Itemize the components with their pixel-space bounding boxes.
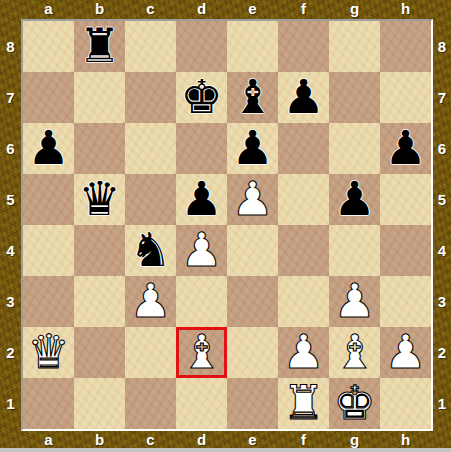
square-d3[interactable] [176,276,227,327]
square-f3[interactable] [278,276,329,327]
rank-label-4: 4 [0,225,21,276]
chess-app-window: abcdefgh abcdefgh 87654321 87654321 ♜♚♝♟… [0,0,451,452]
square-b1[interactable] [74,378,125,429]
file-label-a: a [23,431,74,448]
square-h2[interactable]: ♟ [380,327,431,378]
piece-white-pawn[interactable]: ♟ [129,277,171,324]
square-g7[interactable] [329,72,380,123]
square-a8[interactable] [23,21,74,72]
square-c8[interactable] [125,21,176,72]
square-g4[interactable] [329,225,380,276]
square-e1[interactable] [227,378,278,429]
piece-white-queen[interactable]: ♛ [27,328,69,375]
square-h4[interactable] [380,225,431,276]
square-a3[interactable] [23,276,74,327]
piece-white-rook[interactable]: ♜ [282,379,324,426]
square-b2[interactable] [74,327,125,378]
rank-label-8: 8 [433,21,451,72]
piece-white-pawn[interactable]: ♟ [384,328,426,375]
square-c2[interactable] [125,327,176,378]
file-label-f: f [278,431,329,448]
piece-white-pawn[interactable]: ♟ [180,226,222,273]
rank-label-1: 1 [0,378,21,429]
rank-label-6: 6 [0,123,21,174]
piece-black-bishop[interactable]: ♝ [231,73,273,120]
file-label-g: g [329,0,380,19]
rank-labels-left: 87654321 [0,21,21,429]
square-g5[interactable]: ♟ [329,174,380,225]
piece-white-pawn[interactable]: ♟ [231,175,273,222]
square-c4[interactable]: ♞ [125,225,176,276]
square-d4[interactable]: ♟ [176,225,227,276]
square-a7[interactable] [23,72,74,123]
square-a4[interactable] [23,225,74,276]
square-c1[interactable] [125,378,176,429]
square-c3[interactable]: ♟ [125,276,176,327]
square-h5[interactable] [380,174,431,225]
file-labels-top: abcdefgh [23,0,431,19]
rank-label-4: 4 [433,225,451,276]
piece-black-pawn[interactable]: ♟ [282,73,324,120]
file-label-d: d [176,0,227,19]
square-f2[interactable]: ♟ [278,327,329,378]
rank-label-6: 6 [433,123,451,174]
square-f1[interactable]: ♜ [278,378,329,429]
file-label-f: f [278,0,329,19]
square-g3[interactable]: ♟ [329,276,380,327]
piece-black-pawn[interactable]: ♟ [333,175,375,222]
square-a6[interactable]: ♟ [23,123,74,174]
square-b4[interactable] [74,225,125,276]
square-d6[interactable] [176,123,227,174]
square-e3[interactable] [227,276,278,327]
rank-label-5: 5 [0,174,21,225]
rank-label-8: 8 [0,21,21,72]
square-h8[interactable] [380,21,431,72]
rank-label-5: 5 [433,174,451,225]
file-label-b: b [74,431,125,448]
square-b5[interactable]: ♛ [74,174,125,225]
square-b7[interactable] [74,72,125,123]
square-d1[interactable] [176,378,227,429]
rank-labels-right: 87654321 [433,21,451,429]
square-g8[interactable] [329,21,380,72]
square-f7[interactable]: ♟ [278,72,329,123]
file-label-d: d [176,431,227,448]
square-g2[interactable]: ♝ [329,327,380,378]
file-label-e: e [227,0,278,19]
file-label-c: c [125,0,176,19]
square-c5[interactable] [125,174,176,225]
square-e2[interactable] [227,327,278,378]
window-edge-strip [0,448,451,452]
rank-label-7: 7 [0,72,21,123]
file-label-c: c [125,431,176,448]
piece-black-pawn[interactable]: ♟ [180,175,222,222]
file-label-b: b [74,0,125,19]
square-a5[interactable] [23,174,74,225]
square-a1[interactable] [23,378,74,429]
square-e4[interactable] [227,225,278,276]
square-d2[interactable]: ♝ [176,327,227,378]
file-labels-bottom: abcdefgh [23,431,431,448]
file-label-a: a [23,0,74,19]
piece-black-king[interactable]: ♚ [180,73,222,120]
square-b3[interactable] [74,276,125,327]
square-h6[interactable]: ♟ [380,123,431,174]
square-d8[interactable] [176,21,227,72]
square-b6[interactable] [74,123,125,174]
square-e5[interactable]: ♟ [227,174,278,225]
rank-label-1: 1 [433,378,451,429]
piece-white-king[interactable]: ♚ [333,379,375,426]
file-label-e: e [227,431,278,448]
board: ♜♚♝♟♟♟♟♛♟♟♟♞♟♟♟♛♝♟♝♟♜♚ [23,21,431,429]
square-e6[interactable]: ♟ [227,123,278,174]
file-label-g: g [329,431,380,448]
piece-black-queen[interactable]: ♛ [78,175,120,222]
square-f4[interactable] [278,225,329,276]
square-g6[interactable] [329,123,380,174]
piece-white-pawn[interactable]: ♟ [333,277,375,324]
rank-label-2: 2 [433,327,451,378]
square-h3[interactable] [380,276,431,327]
square-d5[interactable]: ♟ [176,174,227,225]
rank-label-7: 7 [433,72,451,123]
piece-black-rook[interactable]: ♜ [78,22,120,69]
piece-black-pawn[interactable]: ♟ [27,124,69,171]
square-h1[interactable] [380,378,431,429]
piece-white-bishop[interactable]: ♝ [180,328,222,375]
square-c6[interactable] [125,123,176,174]
square-e8[interactable] [227,21,278,72]
rank-label-2: 2 [0,327,21,378]
square-g1[interactable]: ♚ [329,378,380,429]
square-f8[interactable] [278,21,329,72]
piece-black-pawn[interactable]: ♟ [231,124,273,171]
square-h7[interactable] [380,72,431,123]
board-frame: ♜♚♝♟♟♟♟♛♟♟♟♞♟♟♟♛♝♟♝♟♜♚ [21,19,433,431]
piece-black-pawn[interactable]: ♟ [384,124,426,171]
piece-white-pawn[interactable]: ♟ [282,328,324,375]
rank-label-3: 3 [433,276,451,327]
file-label-h: h [380,431,431,448]
square-d7[interactable]: ♚ [176,72,227,123]
piece-white-bishop[interactable]: ♝ [333,328,375,375]
file-label-h: h [380,0,431,19]
square-f5[interactable] [278,174,329,225]
square-b8[interactable]: ♜ [74,21,125,72]
square-c7[interactable] [125,72,176,123]
square-f6[interactable] [278,123,329,174]
square-a2[interactable]: ♛ [23,327,74,378]
square-e7[interactable]: ♝ [227,72,278,123]
rank-label-3: 3 [0,276,21,327]
piece-black-knight[interactable]: ♞ [129,226,171,273]
